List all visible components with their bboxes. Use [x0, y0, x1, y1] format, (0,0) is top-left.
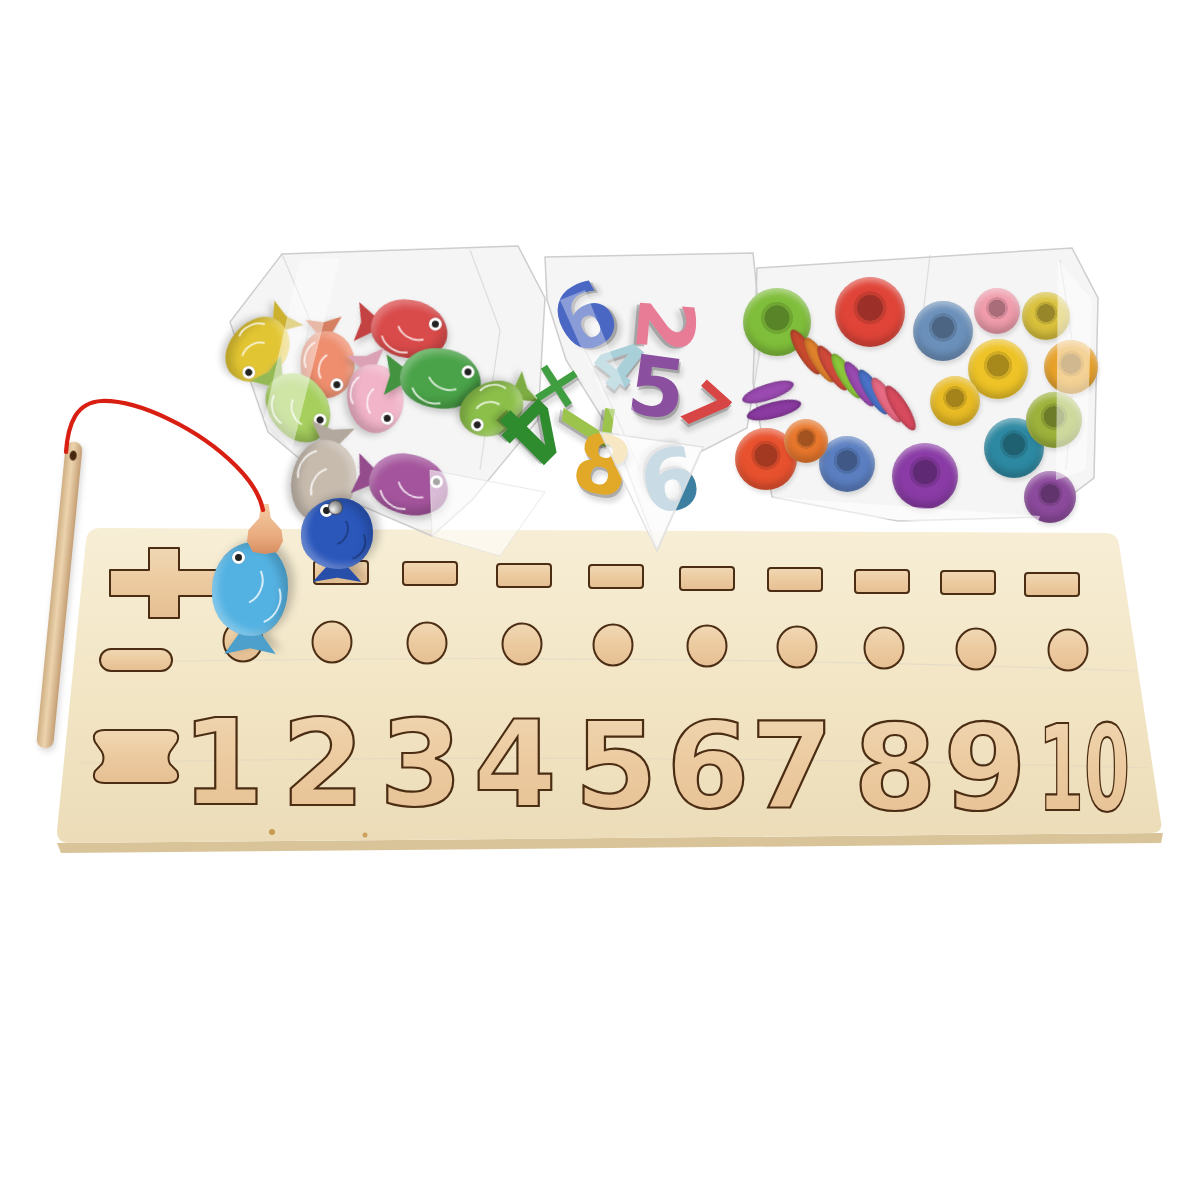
disc-yellow-2[interactable]: [930, 376, 980, 426]
fish-eye: [323, 507, 330, 514]
disc-orange-yellow[interactable]: [1044, 340, 1098, 394]
disc-red[interactable]: [835, 277, 905, 347]
disc-orange[interactable]: [784, 419, 828, 463]
light-blue-fish-on-board[interactable]: [212, 542, 288, 654]
disc-olive[interactable]: [1026, 392, 1082, 448]
dark-blue-fish-on-board[interactable]: [301, 498, 373, 582]
disc-purple[interactable]: [892, 443, 958, 509]
disc-olive-yellow[interactable]: [1022, 292, 1070, 340]
plastic-bags: [0, 0, 1200, 1200]
magnet-screw-icon: [328, 500, 343, 515]
fish-eye: [235, 554, 242, 561]
disc-steelblue[interactable]: [913, 301, 973, 361]
disc-pink[interactable]: [974, 288, 1020, 334]
disc-purple-2[interactable]: [1024, 471, 1076, 523]
fish-eye: [244, 367, 254, 377]
scene: 1 2 3 4 5 6 7 8 9 10 6 2 4 5 × 4 7 8 9 7: [0, 0, 1200, 1200]
